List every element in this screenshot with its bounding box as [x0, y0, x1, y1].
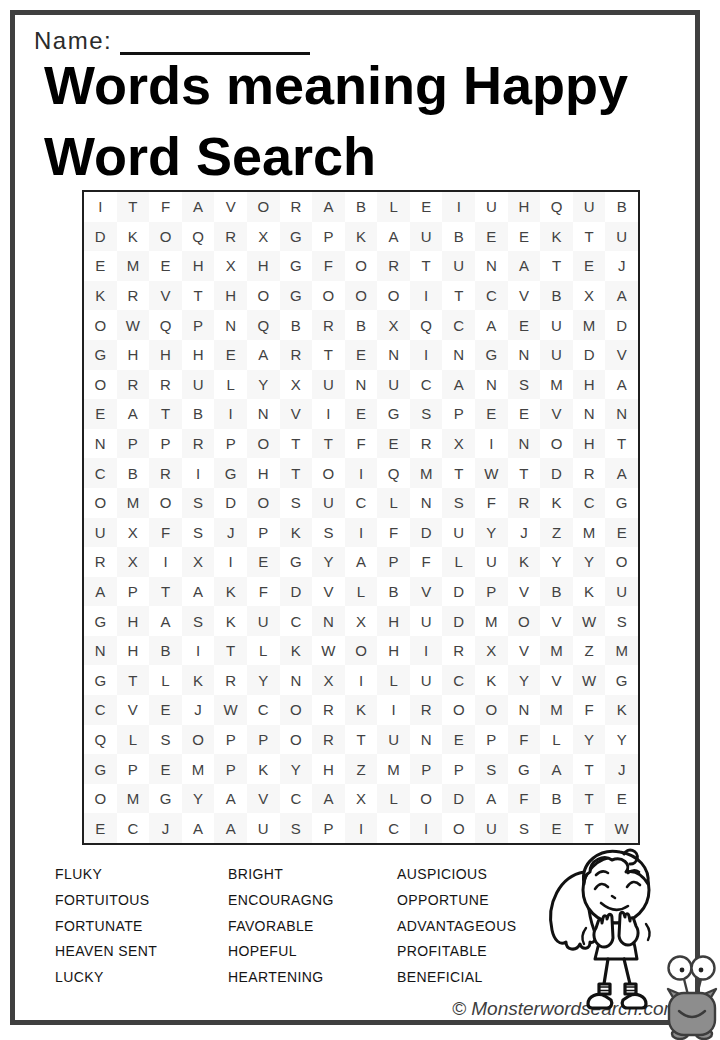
grid-cell-r9c16[interactable]: H: [573, 429, 606, 459]
grid-cell-r9c9[interactable]: F: [345, 429, 378, 459]
grid-cell-r13c16[interactable]: Y: [573, 547, 606, 577]
grid-cell-r1c15[interactable]: Q: [540, 192, 573, 222]
grid-cell-r13c13[interactable]: U: [475, 547, 508, 577]
grid-cell-r14c9[interactable]: L: [345, 577, 378, 607]
grid-cell-r2c3[interactable]: O: [149, 222, 182, 252]
grid-cell-r8c17[interactable]: N: [605, 399, 638, 429]
grid-cell-r6c17[interactable]: V: [605, 340, 638, 370]
grid-cell-r8c15[interactable]: V: [540, 399, 573, 429]
grid-cell-r8c3[interactable]: T: [149, 399, 182, 429]
grid-cell-r17c7[interactable]: N: [280, 665, 313, 695]
grid-cell-r6c5[interactable]: E: [214, 340, 247, 370]
grid-cell-r7c10[interactable]: U: [377, 370, 410, 400]
grid-cell-r20c15[interactable]: A: [540, 754, 573, 784]
grid-cell-r11c7[interactable]: S: [280, 488, 313, 518]
grid-cell-r20c14[interactable]: G: [508, 754, 541, 784]
grid-cell-r13c14[interactable]: K: [508, 547, 541, 577]
grid-cell-r17c3[interactable]: L: [149, 665, 182, 695]
grid-cell-r10c7[interactable]: T: [280, 458, 313, 488]
grid-cell-r5c6[interactable]: Q: [247, 310, 280, 340]
grid-cell-r6c3[interactable]: H: [149, 340, 182, 370]
grid-cell-r16c3[interactable]: B: [149, 636, 182, 666]
grid-cell-r5c9[interactable]: B: [345, 310, 378, 340]
grid-cell-r10c10[interactable]: Q: [377, 458, 410, 488]
grid-cell-r18c16[interactable]: F: [573, 695, 606, 725]
grid-cell-r1c8[interactable]: A: [312, 192, 345, 222]
grid-cell-r2c4[interactable]: Q: [182, 222, 215, 252]
grid-cell-r1c9[interactable]: B: [345, 192, 378, 222]
grid-cell-r4c5[interactable]: H: [214, 281, 247, 311]
grid-cell-r22c13[interactable]: U: [475, 813, 508, 843]
grid-cell-r21c13[interactable]: A: [475, 784, 508, 814]
grid-cell-r19c8[interactable]: R: [312, 725, 345, 755]
grid-cell-r4c10[interactable]: O: [377, 281, 410, 311]
grid-cell-r16c4[interactable]: I: [182, 636, 215, 666]
grid-cell-r12c3[interactable]: F: [149, 518, 182, 548]
grid-cell-r4c2[interactable]: R: [117, 281, 150, 311]
grid-cell-r16c17[interactable]: M: [605, 636, 638, 666]
grid-cell-r7c16[interactable]: H: [573, 370, 606, 400]
grid-cell-r5c15[interactable]: U: [540, 310, 573, 340]
grid-cell-r15c10[interactable]: H: [377, 606, 410, 636]
grid-cell-r5c7[interactable]: B: [280, 310, 313, 340]
grid-cell-r18c12[interactable]: O: [442, 695, 475, 725]
grid-cell-r6c13[interactable]: G: [475, 340, 508, 370]
grid-cell-r6c10[interactable]: N: [377, 340, 410, 370]
grid-cell-r10c8[interactable]: O: [312, 458, 345, 488]
grid-cell-r16c15[interactable]: M: [540, 636, 573, 666]
grid-cell-r10c13[interactable]: W: [475, 458, 508, 488]
grid-cell-r1c3[interactable]: F: [149, 192, 182, 222]
grid-cell-r14c13[interactable]: P: [475, 577, 508, 607]
grid-cell-r12c1[interactable]: U: [84, 518, 117, 548]
grid-cell-r5c13[interactable]: A: [475, 310, 508, 340]
grid-cell-r4c16[interactable]: X: [573, 281, 606, 311]
grid-cell-r8c2[interactable]: A: [117, 399, 150, 429]
grid-cell-r1c11[interactable]: E: [410, 192, 443, 222]
grid-cell-r10c11[interactable]: M: [410, 458, 443, 488]
grid-cell-r9c7[interactable]: T: [280, 429, 313, 459]
grid-cell-r3c14[interactable]: A: [508, 251, 541, 281]
grid-cell-r9c13[interactable]: I: [475, 429, 508, 459]
grid-cell-r18c6[interactable]: C: [247, 695, 280, 725]
grid-cell-r17c4[interactable]: K: [182, 665, 215, 695]
grid-cell-r14c17[interactable]: U: [605, 577, 638, 607]
grid-cell-r11c3[interactable]: O: [149, 488, 182, 518]
grid-cell-r17c11[interactable]: U: [410, 665, 443, 695]
grid-cell-r8c5[interactable]: I: [214, 399, 247, 429]
grid-cell-r21c12[interactable]: D: [442, 784, 475, 814]
grid-cell-r14c7[interactable]: D: [280, 577, 313, 607]
grid-cell-r7c9[interactable]: N: [345, 370, 378, 400]
grid-cell-r16c10[interactable]: H: [377, 636, 410, 666]
grid-cell-r4c1[interactable]: K: [84, 281, 117, 311]
grid-cell-r3c12[interactable]: U: [442, 251, 475, 281]
grid-cell-r20c17[interactable]: J: [605, 754, 638, 784]
grid-cell-r3c5[interactable]: X: [214, 251, 247, 281]
grid-cell-r3c9[interactable]: O: [345, 251, 378, 281]
grid-cell-r5c2[interactable]: W: [117, 310, 150, 340]
grid-cell-r21c5[interactable]: A: [214, 784, 247, 814]
grid-cell-r2c17[interactable]: U: [605, 222, 638, 252]
grid-cell-r18c9[interactable]: K: [345, 695, 378, 725]
grid-cell-r22c11[interactable]: I: [410, 813, 443, 843]
grid-cell-r11c4[interactable]: S: [182, 488, 215, 518]
grid-cell-r19c7[interactable]: O: [280, 725, 313, 755]
grid-cell-r20c3[interactable]: E: [149, 754, 182, 784]
grid-cell-r20c7[interactable]: Y: [280, 754, 313, 784]
grid-cell-r1c14[interactable]: H: [508, 192, 541, 222]
grid-cell-r2c13[interactable]: E: [475, 222, 508, 252]
grid-cell-r4c3[interactable]: V: [149, 281, 182, 311]
grid-cell-r5c1[interactable]: O: [84, 310, 117, 340]
grid-cell-r15c8[interactable]: N: [312, 606, 345, 636]
grid-cell-r20c6[interactable]: K: [247, 754, 280, 784]
grid-cell-r19c9[interactable]: T: [345, 725, 378, 755]
grid-cell-r14c10[interactable]: B: [377, 577, 410, 607]
grid-cell-r1c2[interactable]: T: [117, 192, 150, 222]
grid-cell-r1c12[interactable]: I: [442, 192, 475, 222]
grid-cell-r18c15[interactable]: M: [540, 695, 573, 725]
grid-cell-r1c4[interactable]: A: [182, 192, 215, 222]
grid-cell-r21c14[interactable]: F: [508, 784, 541, 814]
grid-cell-r14c11[interactable]: V: [410, 577, 443, 607]
grid-cell-r16c2[interactable]: H: [117, 636, 150, 666]
grid-cell-r20c13[interactable]: S: [475, 754, 508, 784]
grid-cell-r21c4[interactable]: Y: [182, 784, 215, 814]
grid-cell-r3c1[interactable]: E: [84, 251, 117, 281]
grid-cell-r7c15[interactable]: M: [540, 370, 573, 400]
grid-cell-r7c17[interactable]: A: [605, 370, 638, 400]
grid-cell-r14c12[interactable]: D: [442, 577, 475, 607]
grid-cell-r8c16[interactable]: N: [573, 399, 606, 429]
grid-cell-r12c11[interactable]: D: [410, 518, 443, 548]
grid-cell-r22c10[interactable]: C: [377, 813, 410, 843]
grid-cell-r2c10[interactable]: A: [377, 222, 410, 252]
grid-cell-r17c9[interactable]: I: [345, 665, 378, 695]
grid-cell-r17c14[interactable]: Y: [508, 665, 541, 695]
grid-cell-r13c5[interactable]: I: [214, 547, 247, 577]
grid-cell-r13c2[interactable]: X: [117, 547, 150, 577]
grid-cell-r11c10[interactable]: L: [377, 488, 410, 518]
grid-cell-r19c11[interactable]: N: [410, 725, 443, 755]
grid-cell-r2c5[interactable]: R: [214, 222, 247, 252]
grid-cell-r9c4[interactable]: R: [182, 429, 215, 459]
grid-cell-r22c15[interactable]: E: [540, 813, 573, 843]
grid-cell-r4c6[interactable]: O: [247, 281, 280, 311]
grid-cell-r2c9[interactable]: K: [345, 222, 378, 252]
grid-cell-r3c17[interactable]: J: [605, 251, 638, 281]
grid-cell-r12c7[interactable]: K: [280, 518, 313, 548]
grid-cell-r9c1[interactable]: N: [84, 429, 117, 459]
grid-cell-r11c8[interactable]: U: [312, 488, 345, 518]
grid-cell-r9c6[interactable]: O: [247, 429, 280, 459]
grid-cell-r10c4[interactable]: I: [182, 458, 215, 488]
grid-cell-r11c6[interactable]: O: [247, 488, 280, 518]
grid-cell-r7c1[interactable]: O: [84, 370, 117, 400]
grid-cell-r17c8[interactable]: X: [312, 665, 345, 695]
grid-cell-r7c13[interactable]: N: [475, 370, 508, 400]
grid-cell-r13c4[interactable]: X: [182, 547, 215, 577]
grid-cell-r21c16[interactable]: T: [573, 784, 606, 814]
grid-cell-r2c7[interactable]: G: [280, 222, 313, 252]
grid-cell-r22c5[interactable]: A: [214, 813, 247, 843]
grid-cell-r20c4[interactable]: M: [182, 754, 215, 784]
grid-cell-r16c5[interactable]: T: [214, 636, 247, 666]
grid-cell-r12c15[interactable]: Z: [540, 518, 573, 548]
grid-cell-r17c13[interactable]: K: [475, 665, 508, 695]
grid-cell-r18c5[interactable]: W: [214, 695, 247, 725]
grid-cell-r9c10[interactable]: E: [377, 429, 410, 459]
grid-cell-r12c5[interactable]: J: [214, 518, 247, 548]
grid-cell-r20c11[interactable]: P: [410, 754, 443, 784]
grid-cell-r4c12[interactable]: T: [442, 281, 475, 311]
grid-cell-r9c3[interactable]: P: [149, 429, 182, 459]
grid-cell-r8c9[interactable]: E: [345, 399, 378, 429]
grid-cell-r15c7[interactable]: C: [280, 606, 313, 636]
grid-cell-r17c1[interactable]: G: [84, 665, 117, 695]
grid-cell-r5c14[interactable]: E: [508, 310, 541, 340]
grid-cell-r17c10[interactable]: L: [377, 665, 410, 695]
grid-cell-r5c10[interactable]: X: [377, 310, 410, 340]
grid-cell-r12c4[interactable]: S: [182, 518, 215, 548]
grid-cell-r7c3[interactable]: R: [149, 370, 182, 400]
grid-cell-r16c11[interactable]: I: [410, 636, 443, 666]
grid-cell-r17c16[interactable]: W: [573, 665, 606, 695]
grid-cell-r19c3[interactable]: S: [149, 725, 182, 755]
grid-cell-r4c11[interactable]: I: [410, 281, 443, 311]
grid-cell-r1c7[interactable]: R: [280, 192, 313, 222]
grid-cell-r15c5[interactable]: K: [214, 606, 247, 636]
grid-cell-r13c6[interactable]: E: [247, 547, 280, 577]
grid-cell-r19c16[interactable]: Y: [573, 725, 606, 755]
grid-cell-r22c6[interactable]: U: [247, 813, 280, 843]
grid-cell-r9c12[interactable]: X: [442, 429, 475, 459]
grid-cell-r7c2[interactable]: R: [117, 370, 150, 400]
grid-cell-r3c6[interactable]: H: [247, 251, 280, 281]
grid-cell-r22c2[interactable]: C: [117, 813, 150, 843]
grid-cell-r4c15[interactable]: B: [540, 281, 573, 311]
grid-cell-r20c12[interactable]: P: [442, 754, 475, 784]
grid-cell-r2c6[interactable]: X: [247, 222, 280, 252]
grid-cell-r3c16[interactable]: E: [573, 251, 606, 281]
grid-cell-r17c5[interactable]: R: [214, 665, 247, 695]
grid-cell-r2c15[interactable]: K: [540, 222, 573, 252]
grid-cell-r13c17[interactable]: O: [605, 547, 638, 577]
grid-cell-r18c1[interactable]: C: [84, 695, 117, 725]
grid-cell-r16c13[interactable]: X: [475, 636, 508, 666]
grid-cell-r18c4[interactable]: J: [182, 695, 215, 725]
grid-cell-r5c3[interactable]: Q: [149, 310, 182, 340]
grid-cell-r22c14[interactable]: S: [508, 813, 541, 843]
grid-cell-r11c11[interactable]: N: [410, 488, 443, 518]
grid-cell-r17c12[interactable]: C: [442, 665, 475, 695]
grid-cell-r21c2[interactable]: M: [117, 784, 150, 814]
grid-cell-r16c14[interactable]: V: [508, 636, 541, 666]
grid-cell-r11c12[interactable]: S: [442, 488, 475, 518]
grid-cell-r11c5[interactable]: D: [214, 488, 247, 518]
grid-cell-r17c2[interactable]: T: [117, 665, 150, 695]
grid-cell-r13c8[interactable]: Y: [312, 547, 345, 577]
grid-cell-r15c2[interactable]: H: [117, 606, 150, 636]
grid-cell-r22c12[interactable]: O: [442, 813, 475, 843]
grid-cell-r10c12[interactable]: T: [442, 458, 475, 488]
grid-cell-r21c7[interactable]: C: [280, 784, 313, 814]
grid-cell-r20c2[interactable]: P: [117, 754, 150, 784]
grid-cell-r4c9[interactable]: O: [345, 281, 378, 311]
grid-cell-r4c14[interactable]: V: [508, 281, 541, 311]
grid-cell-r11c2[interactable]: M: [117, 488, 150, 518]
grid-cell-r22c17[interactable]: W: [605, 813, 638, 843]
grid-cell-r6c8[interactable]: T: [312, 340, 345, 370]
grid-cell-r11c15[interactable]: K: [540, 488, 573, 518]
grid-cell-r8c1[interactable]: E: [84, 399, 117, 429]
grid-cell-r14c16[interactable]: K: [573, 577, 606, 607]
grid-cell-r21c3[interactable]: G: [149, 784, 182, 814]
grid-cell-r7c14[interactable]: S: [508, 370, 541, 400]
grid-cell-r19c2[interactable]: L: [117, 725, 150, 755]
grid-cell-r8c4[interactable]: B: [182, 399, 215, 429]
grid-cell-r12c2[interactable]: X: [117, 518, 150, 548]
grid-cell-r21c8[interactable]: A: [312, 784, 345, 814]
grid-cell-r18c7[interactable]: O: [280, 695, 313, 725]
grid-cell-r21c10[interactable]: L: [377, 784, 410, 814]
grid-cell-r9c14[interactable]: N: [508, 429, 541, 459]
grid-cell-r9c8[interactable]: T: [312, 429, 345, 459]
grid-cell-r19c14[interactable]: F: [508, 725, 541, 755]
grid-cell-r19c10[interactable]: U: [377, 725, 410, 755]
grid-cell-r13c12[interactable]: L: [442, 547, 475, 577]
grid-cell-r6c6[interactable]: A: [247, 340, 280, 370]
grid-cell-r14c4[interactable]: A: [182, 577, 215, 607]
grid-cell-r18c10[interactable]: I: [377, 695, 410, 725]
grid-cell-r14c15[interactable]: B: [540, 577, 573, 607]
grid-cell-r11c16[interactable]: C: [573, 488, 606, 518]
grid-cell-r12c14[interactable]: J: [508, 518, 541, 548]
grid-cell-r18c2[interactable]: V: [117, 695, 150, 725]
grid-cell-r20c5[interactable]: P: [214, 754, 247, 784]
grid-cell-r22c4[interactable]: A: [182, 813, 215, 843]
grid-cell-r5c12[interactable]: C: [442, 310, 475, 340]
grid-cell-r2c2[interactable]: K: [117, 222, 150, 252]
grid-cell-r20c8[interactable]: H: [312, 754, 345, 784]
grid-cell-r19c15[interactable]: L: [540, 725, 573, 755]
grid-cell-r14c3[interactable]: T: [149, 577, 182, 607]
grid-cell-r3c7[interactable]: G: [280, 251, 313, 281]
grid-cell-r2c16[interactable]: T: [573, 222, 606, 252]
grid-cell-r14c8[interactable]: V: [312, 577, 345, 607]
grid-cell-r19c1[interactable]: Q: [84, 725, 117, 755]
grid-cell-r15c11[interactable]: U: [410, 606, 443, 636]
grid-cell-r2c8[interactable]: P: [312, 222, 345, 252]
grid-cell-r10c9[interactable]: I: [345, 458, 378, 488]
grid-cell-r18c14[interactable]: N: [508, 695, 541, 725]
grid-cell-r6c2[interactable]: H: [117, 340, 150, 370]
grid-cell-r6c14[interactable]: N: [508, 340, 541, 370]
grid-cell-r8c7[interactable]: V: [280, 399, 313, 429]
grid-cell-r12c10[interactable]: F: [377, 518, 410, 548]
grid-cell-r1c1[interactable]: I: [84, 192, 117, 222]
grid-cell-r4c17[interactable]: A: [605, 281, 638, 311]
grid-cell-r7c7[interactable]: X: [280, 370, 313, 400]
grid-cell-r15c14[interactable]: O: [508, 606, 541, 636]
grid-cell-r20c9[interactable]: Z: [345, 754, 378, 784]
grid-cell-r16c7[interactable]: K: [280, 636, 313, 666]
grid-cell-r14c1[interactable]: A: [84, 577, 117, 607]
grid-cell-r1c17[interactable]: B: [605, 192, 638, 222]
grid-cell-r19c17[interactable]: Y: [605, 725, 638, 755]
grid-cell-r9c11[interactable]: R: [410, 429, 443, 459]
grid-cell-r22c3[interactable]: J: [149, 813, 182, 843]
grid-cell-r20c10[interactable]: M: [377, 754, 410, 784]
grid-cell-r21c15[interactable]: B: [540, 784, 573, 814]
grid-cell-r9c15[interactable]: O: [540, 429, 573, 459]
grid-cell-r10c1[interactable]: C: [84, 458, 117, 488]
grid-cell-r15c4[interactable]: S: [182, 606, 215, 636]
grid-cell-r4c4[interactable]: T: [182, 281, 215, 311]
grid-cell-r12c8[interactable]: S: [312, 518, 345, 548]
grid-cell-r21c1[interactable]: O: [84, 784, 117, 814]
grid-cell-r12c13[interactable]: Y: [475, 518, 508, 548]
grid-cell-r19c12[interactable]: E: [442, 725, 475, 755]
grid-cell-r11c17[interactable]: G: [605, 488, 638, 518]
grid-cell-r15c16[interactable]: W: [573, 606, 606, 636]
grid-cell-r14c5[interactable]: K: [214, 577, 247, 607]
grid-cell-r12c17[interactable]: E: [605, 518, 638, 548]
grid-cell-r22c9[interactable]: I: [345, 813, 378, 843]
grid-cell-r15c12[interactable]: D: [442, 606, 475, 636]
grid-cell-r13c1[interactable]: R: [84, 547, 117, 577]
grid-cell-r17c15[interactable]: V: [540, 665, 573, 695]
grid-cell-r7c6[interactable]: Y: [247, 370, 280, 400]
grid-cell-r13c3[interactable]: I: [149, 547, 182, 577]
grid-cell-r3c11[interactable]: T: [410, 251, 443, 281]
grid-cell-r1c5[interactable]: V: [214, 192, 247, 222]
grid-cell-r17c6[interactable]: Y: [247, 665, 280, 695]
grid-cell-r6c4[interactable]: H: [182, 340, 215, 370]
grid-cell-r19c5[interactable]: P: [214, 725, 247, 755]
grid-cell-r14c2[interactable]: P: [117, 577, 150, 607]
grid-cell-r14c6[interactable]: F: [247, 577, 280, 607]
grid-cell-r13c10[interactable]: P: [377, 547, 410, 577]
grid-cell-r13c9[interactable]: A: [345, 547, 378, 577]
grid-cell-r3c3[interactable]: E: [149, 251, 182, 281]
grid-cell-r8c8[interactable]: I: [312, 399, 345, 429]
grid-cell-r18c3[interactable]: E: [149, 695, 182, 725]
grid-cell-r7c4[interactable]: U: [182, 370, 215, 400]
grid-cell-r20c16[interactable]: T: [573, 754, 606, 784]
grid-cell-r10c14[interactable]: T: [508, 458, 541, 488]
grid-cell-r10c17[interactable]: A: [605, 458, 638, 488]
grid-cell-r8c12[interactable]: P: [442, 399, 475, 429]
grid-cell-r15c9[interactable]: X: [345, 606, 378, 636]
grid-cell-r6c9[interactable]: E: [345, 340, 378, 370]
grid-cell-r5c17[interactable]: D: [605, 310, 638, 340]
grid-cell-r7c12[interactable]: A: [442, 370, 475, 400]
grid-cell-r3c2[interactable]: M: [117, 251, 150, 281]
grid-cell-r15c6[interactable]: U: [247, 606, 280, 636]
grid-cell-r2c12[interactable]: B: [442, 222, 475, 252]
grid-cell-r12c6[interactable]: P: [247, 518, 280, 548]
grid-cell-r7c5[interactable]: L: [214, 370, 247, 400]
grid-cell-r9c5[interactable]: P: [214, 429, 247, 459]
grid-cell-r22c16[interactable]: T: [573, 813, 606, 843]
grid-cell-r1c13[interactable]: U: [475, 192, 508, 222]
grid-cell-r6c16[interactable]: D: [573, 340, 606, 370]
grid-cell-r6c1[interactable]: G: [84, 340, 117, 370]
grid-cell-r10c3[interactable]: R: [149, 458, 182, 488]
grid-cell-r7c8[interactable]: U: [312, 370, 345, 400]
